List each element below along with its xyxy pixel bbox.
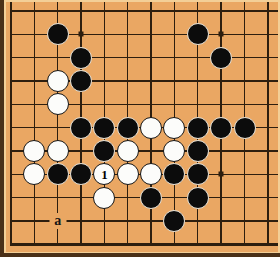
black-stone[interactable] — [47, 23, 69, 45]
go-board[interactable]: 1a — [0, 0, 280, 257]
black-stone[interactable] — [47, 163, 69, 185]
black-stone[interactable] — [70, 70, 92, 92]
black-stone[interactable] — [187, 117, 209, 139]
black-stone[interactable] — [117, 117, 139, 139]
black-stone[interactable] — [187, 140, 209, 162]
black-stone[interactable] — [187, 23, 209, 45]
grid-line — [34, 2, 35, 246]
white-stone[interactable] — [140, 117, 162, 139]
white-stone[interactable] — [117, 140, 139, 162]
white-stone[interactable] — [140, 163, 162, 185]
black-stone[interactable] — [93, 140, 115, 162]
black-stone[interactable] — [187, 163, 209, 185]
frame-edge-top-highlight — [0, 0, 280, 2]
frame-edge-right-highlight — [278, 0, 280, 257]
frame-edge-left-dark — [0, 0, 4, 257]
black-stone[interactable] — [70, 163, 92, 185]
move-number-label: 1 — [101, 168, 108, 181]
black-stone[interactable] — [234, 117, 256, 139]
hoshi-point — [79, 32, 84, 37]
grid-line — [10, 10, 278, 11]
hoshi-point — [219, 32, 224, 37]
white-stone[interactable] — [23, 140, 45, 162]
black-stone[interactable] — [93, 117, 115, 139]
black-stone[interactable] — [70, 117, 92, 139]
grid-line — [10, 2, 12, 246]
point-label-a[interactable]: a — [49, 213, 66, 229]
white-stone[interactable] — [47, 140, 69, 162]
black-stone[interactable] — [140, 187, 162, 209]
black-stone[interactable] — [163, 210, 185, 232]
grid-line — [10, 57, 278, 58]
white-stone[interactable] — [47, 70, 69, 92]
black-stone[interactable] — [163, 163, 185, 185]
white-stone[interactable] — [47, 93, 69, 115]
white-stone[interactable] — [163, 117, 185, 139]
black-stone[interactable] — [70, 47, 92, 69]
black-stone[interactable] — [210, 117, 232, 139]
black-stone[interactable] — [187, 187, 209, 209]
white-stone[interactable] — [117, 163, 139, 185]
black-stone[interactable] — [210, 47, 232, 69]
white-stone[interactable] — [23, 163, 45, 185]
white-stone-move-1[interactable]: 1 — [93, 163, 115, 185]
grid-line — [267, 2, 268, 246]
frame-edge-bottom-dark — [0, 253, 280, 257]
hoshi-point — [219, 172, 224, 177]
grid-line — [10, 243, 278, 245]
white-stone[interactable] — [93, 187, 115, 209]
frame-edge-left-highlight — [4, 0, 6, 253]
white-stone[interactable] — [163, 140, 185, 162]
